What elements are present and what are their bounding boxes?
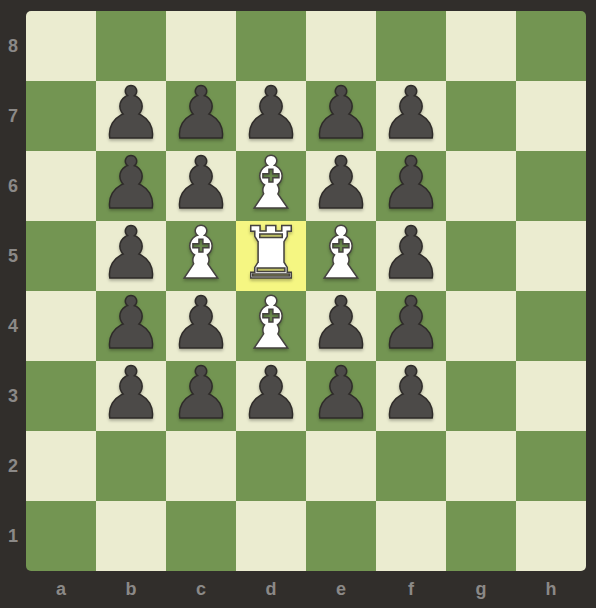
square-h2[interactable] xyxy=(516,431,586,501)
piece-black-pawn[interactable]: ♟ xyxy=(169,357,234,429)
piece-black-pawn[interactable]: ♟ xyxy=(309,77,374,149)
piece-white-bishop[interactable]: ♝ xyxy=(239,287,304,359)
piece-black-pawn[interactable]: ♟ xyxy=(379,77,444,149)
square-g5[interactable] xyxy=(446,221,516,291)
square-g3[interactable] xyxy=(446,361,516,431)
piece-black-pawn[interactable]: ♟ xyxy=(379,147,444,219)
square-b3[interactable]: ♟ xyxy=(96,361,166,431)
square-g2[interactable] xyxy=(446,431,516,501)
file-label-d: d xyxy=(236,571,306,608)
rank-label-3: 3 xyxy=(0,361,26,431)
square-a2[interactable] xyxy=(26,431,96,501)
square-g4[interactable] xyxy=(446,291,516,361)
square-a5[interactable] xyxy=(26,221,96,291)
piece-black-pawn[interactable]: ♟ xyxy=(99,357,164,429)
piece-black-pawn[interactable]: ♟ xyxy=(169,77,234,149)
file-label-a: a xyxy=(26,571,96,608)
square-h5[interactable] xyxy=(516,221,586,291)
rank-label-8: 8 xyxy=(0,11,26,81)
rank-coordinates: 87654321 xyxy=(0,11,26,571)
square-h7[interactable] xyxy=(516,81,586,151)
piece-black-pawn[interactable]: ♟ xyxy=(309,147,374,219)
square-f3[interactable]: ♟ xyxy=(376,361,446,431)
piece-black-pawn[interactable]: ♟ xyxy=(99,77,164,149)
rank-label-7: 7 xyxy=(0,81,26,151)
rank-label-4: 4 xyxy=(0,291,26,361)
piece-white-rook[interactable]: ♜ xyxy=(239,217,304,289)
piece-black-pawn[interactable]: ♟ xyxy=(239,357,304,429)
square-c2[interactable] xyxy=(166,431,236,501)
rank-label-6: 6 xyxy=(0,151,26,221)
chess-board-app: 87654321 ♟♟♟♟♟♟♟♝♟♟♟♝♜♝♟♟♟♝♟♟♟♟♟♟♟ abcde… xyxy=(0,0,596,608)
file-label-h: h xyxy=(516,571,586,608)
piece-white-bishop[interactable]: ♝ xyxy=(239,147,304,219)
file-label-f: f xyxy=(376,571,446,608)
piece-black-pawn[interactable]: ♟ xyxy=(99,287,164,359)
rank-label-2: 2 xyxy=(0,431,26,501)
square-g7[interactable] xyxy=(446,81,516,151)
square-b1[interactable] xyxy=(96,501,166,571)
file-label-g: g xyxy=(446,571,516,608)
chess-board[interactable]: ♟♟♟♟♟♟♟♝♟♟♟♝♜♝♟♟♟♝♟♟♟♟♟♟♟ xyxy=(26,11,586,571)
square-h3[interactable] xyxy=(516,361,586,431)
file-label-b: b xyxy=(96,571,166,608)
square-h8[interactable] xyxy=(516,11,586,81)
square-b2[interactable] xyxy=(96,431,166,501)
piece-black-pawn[interactable]: ♟ xyxy=(169,287,234,359)
file-label-e: e xyxy=(306,571,376,608)
square-h1[interactable] xyxy=(516,501,586,571)
rank-label-5: 5 xyxy=(0,221,26,291)
piece-black-pawn[interactable]: ♟ xyxy=(379,287,444,359)
square-h6[interactable] xyxy=(516,151,586,221)
piece-black-pawn[interactable]: ♟ xyxy=(379,217,444,289)
square-a7[interactable] xyxy=(26,81,96,151)
piece-black-pawn[interactable]: ♟ xyxy=(169,147,234,219)
square-e1[interactable] xyxy=(306,501,376,571)
square-g1[interactable] xyxy=(446,501,516,571)
square-d3[interactable]: ♟ xyxy=(236,361,306,431)
square-f1[interactable] xyxy=(376,501,446,571)
square-f2[interactable] xyxy=(376,431,446,501)
square-g8[interactable] xyxy=(446,11,516,81)
piece-black-pawn[interactable]: ♟ xyxy=(379,357,444,429)
square-e2[interactable] xyxy=(306,431,376,501)
file-label-c: c xyxy=(166,571,236,608)
piece-white-bishop[interactable]: ♝ xyxy=(169,217,234,289)
rank-label-1: 1 xyxy=(0,501,26,571)
piece-black-pawn[interactable]: ♟ xyxy=(309,287,374,359)
file-coordinates: abcdefgh xyxy=(26,571,586,608)
square-c1[interactable] xyxy=(166,501,236,571)
square-a8[interactable] xyxy=(26,11,96,81)
square-a3[interactable] xyxy=(26,361,96,431)
square-e3[interactable]: ♟ xyxy=(306,361,376,431)
square-d2[interactable] xyxy=(236,431,306,501)
square-g6[interactable] xyxy=(446,151,516,221)
square-c3[interactable]: ♟ xyxy=(166,361,236,431)
piece-black-pawn[interactable]: ♟ xyxy=(99,217,164,289)
square-a1[interactable] xyxy=(26,501,96,571)
square-d1[interactable] xyxy=(236,501,306,571)
square-a4[interactable] xyxy=(26,291,96,361)
piece-black-pawn[interactable]: ♟ xyxy=(239,77,304,149)
piece-black-pawn[interactable]: ♟ xyxy=(99,147,164,219)
piece-white-bishop[interactable]: ♝ xyxy=(309,217,374,289)
piece-black-pawn[interactable]: ♟ xyxy=(309,357,374,429)
square-a6[interactable] xyxy=(26,151,96,221)
square-h4[interactable] xyxy=(516,291,586,361)
